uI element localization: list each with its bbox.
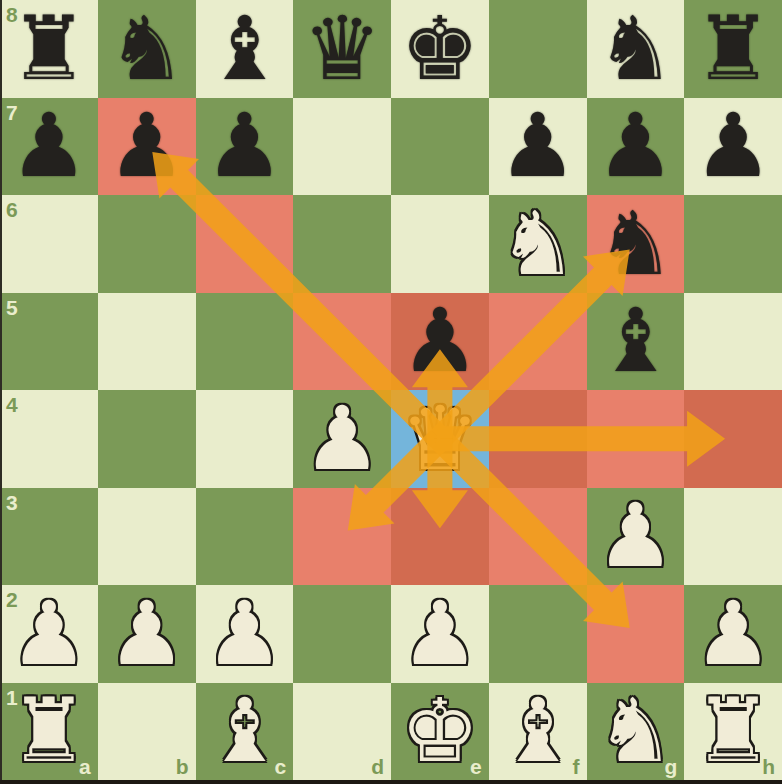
rank-label-5: 5 [6,296,18,320]
square-d4[interactable]: ♟ [293,390,391,488]
square-a3[interactable]: 3 [0,488,98,586]
square-a8[interactable]: ♜8 [0,0,98,98]
square-g3[interactable]: ♟ [587,488,685,586]
piece-white-pawn[interactable]: ♟ [98,585,196,683]
square-h1[interactable]: ♜h [684,683,782,781]
square-b3[interactable] [98,488,196,586]
piece-white-pawn[interactable]: ♟ [293,390,391,488]
square-e8[interactable]: ♚ [391,0,489,98]
square-d3[interactable] [293,488,391,586]
piece-white-pawn[interactable]: ♟ [587,488,685,586]
piece-black-pawn[interactable]: ♟ [684,98,782,196]
square-a4[interactable]: 4 [0,390,98,488]
square-c5[interactable] [196,293,294,391]
file-label-c: c [275,755,287,779]
square-a5[interactable]: 5 [0,293,98,391]
square-d2[interactable] [293,585,391,683]
square-f2[interactable] [489,585,587,683]
square-f3[interactable] [489,488,587,586]
piece-black-pawn[interactable]: ♟ [98,98,196,196]
square-b8[interactable]: ♞ [98,0,196,98]
board-grid: ♜8♞♝♛♚♞♜♟7♟♟♟♟♟6♞♞5♟♝4♟♛3♟♟2♟♟♟♟♜1ab♝cd♚… [0,0,782,780]
piece-white-pawn[interactable]: ♟ [196,585,294,683]
square-c3[interactable] [196,488,294,586]
square-e3[interactable] [391,488,489,586]
square-b7[interactable]: ♟ [98,98,196,196]
square-b2[interactable]: ♟ [98,585,196,683]
piece-black-bishop[interactable]: ♝ [587,293,685,391]
square-g8[interactable]: ♞ [587,0,685,98]
square-d1[interactable]: d [293,683,391,781]
square-h2[interactable]: ♟ [684,585,782,683]
square-c4[interactable] [196,390,294,488]
square-g7[interactable]: ♟ [587,98,685,196]
square-f1[interactable]: ♝f [489,683,587,781]
piece-black-rook[interactable]: ♜ [684,0,782,98]
piece-black-knight[interactable]: ♞ [587,195,685,293]
piece-black-king[interactable]: ♚ [391,0,489,98]
square-e5[interactable]: ♟ [391,293,489,391]
piece-black-bishop[interactable]: ♝ [196,0,294,98]
square-g6[interactable]: ♞ [587,195,685,293]
square-f4[interactable] [489,390,587,488]
file-label-d: d [371,755,384,779]
square-g4[interactable] [587,390,685,488]
square-h4[interactable] [684,390,782,488]
square-a2[interactable]: ♟2 [0,585,98,683]
square-b1[interactable]: b [98,683,196,781]
square-e7[interactable] [391,98,489,196]
square-f8[interactable] [489,0,587,98]
square-e4[interactable]: ♛ [391,390,489,488]
rank-label-2: 2 [6,588,18,612]
chess-board: ♜8♞♝♛♚♞♜♟7♟♟♟♟♟6♞♞5♟♝4♟♛3♟♟2♟♟♟♟♜1ab♝cd♚… [0,0,782,784]
square-a6[interactable]: 6 [0,195,98,293]
square-c1[interactable]: ♝c [196,683,294,781]
piece-black-knight[interactable]: ♞ [98,0,196,98]
square-g5[interactable]: ♝ [587,293,685,391]
piece-white-pawn[interactable]: ♟ [684,585,782,683]
square-d6[interactable] [293,195,391,293]
file-label-a: a [79,755,91,779]
piece-black-pawn[interactable]: ♟ [391,293,489,391]
piece-black-pawn[interactable]: ♟ [196,98,294,196]
piece-white-pawn[interactable]: ♟ [391,585,489,683]
square-g2[interactable] [587,585,685,683]
square-d5[interactable] [293,293,391,391]
square-b6[interactable] [98,195,196,293]
square-h3[interactable] [684,488,782,586]
square-c7[interactable]: ♟ [196,98,294,196]
piece-white-queen[interactable]: ♛ [391,390,489,488]
square-h7[interactable]: ♟ [684,98,782,196]
piece-black-queen[interactable]: ♛ [293,0,391,98]
rank-label-7: 7 [6,101,18,125]
rank-label-4: 4 [6,393,18,417]
square-b4[interactable] [98,390,196,488]
rank-label-6: 6 [6,198,18,222]
square-h6[interactable] [684,195,782,293]
square-c6[interactable] [196,195,294,293]
file-label-f: f [573,755,580,779]
piece-white-knight[interactable]: ♞ [489,195,587,293]
square-f7[interactable]: ♟ [489,98,587,196]
rank-label-8: 8 [6,3,18,27]
board-bottom-edge [0,780,782,784]
file-label-b: b [176,755,189,779]
square-h5[interactable] [684,293,782,391]
square-c2[interactable]: ♟ [196,585,294,683]
file-label-h: h [762,755,775,779]
board-left-edge [0,0,2,784]
square-e6[interactable] [391,195,489,293]
square-a7[interactable]: ♟7 [0,98,98,196]
square-b5[interactable] [98,293,196,391]
square-a1[interactable]: ♜1a [0,683,98,781]
square-c8[interactable]: ♝ [196,0,294,98]
piece-black-pawn[interactable]: ♟ [489,98,587,196]
file-label-e: e [470,755,482,779]
piece-black-knight[interactable]: ♞ [587,0,685,98]
square-e2[interactable]: ♟ [391,585,489,683]
square-h8[interactable]: ♜ [684,0,782,98]
square-d8[interactable]: ♛ [293,0,391,98]
rank-label-1: 1 [6,686,18,710]
file-label-g: g [664,755,677,779]
square-d7[interactable] [293,98,391,196]
square-e1[interactable]: ♚e [391,683,489,781]
rank-label-3: 3 [6,491,18,515]
piece-black-pawn[interactable]: ♟ [587,98,685,196]
square-f6[interactable]: ♞ [489,195,587,293]
square-f5[interactable] [489,293,587,391]
square-g1[interactable]: ♞g [587,683,685,781]
